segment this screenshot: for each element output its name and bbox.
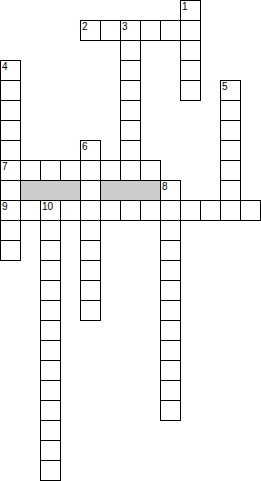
grid-cell[interactable] — [80, 280, 101, 301]
grid-cell[interactable] — [40, 240, 61, 261]
clue-number: 9 — [2, 201, 8, 212]
grid-cell[interactable] — [160, 260, 181, 281]
grid-cell[interactable] — [160, 280, 181, 301]
grid-cell[interactable]: 8 — [160, 180, 181, 201]
grid-cell[interactable] — [80, 160, 101, 181]
grid-cell[interactable] — [40, 400, 61, 421]
grid-cell[interactable] — [20, 160, 41, 181]
grid-cell[interactable] — [40, 300, 61, 321]
grid-cell[interactable] — [0, 80, 21, 101]
grid-cell[interactable] — [20, 200, 41, 221]
grid-cell[interactable] — [160, 320, 181, 341]
grid-cell[interactable] — [0, 220, 21, 241]
grid-cell[interactable]: 4 — [0, 60, 21, 81]
grid-cell[interactable] — [80, 300, 101, 321]
clue-number: 4 — [2, 61, 8, 72]
grid-cell[interactable] — [120, 60, 141, 81]
grid-cell[interactable] — [100, 200, 121, 221]
grid-cell[interactable]: 10 — [40, 200, 61, 221]
grid-cell[interactable] — [40, 460, 61, 481]
grid-cell[interactable] — [120, 120, 141, 141]
grid-cell[interactable] — [40, 420, 61, 441]
grid-cell[interactable] — [160, 360, 181, 381]
grid-cell[interactable] — [40, 440, 61, 461]
grid-cell[interactable] — [0, 140, 21, 161]
grid-cell[interactable] — [200, 200, 221, 221]
grid-cell[interactable] — [220, 200, 241, 221]
grid-cell[interactable] — [220, 100, 241, 121]
grid-cell[interactable] — [0, 120, 21, 141]
grid-cell[interactable] — [80, 240, 101, 261]
grid-cell[interactable] — [120, 40, 141, 61]
grid-cell[interactable] — [80, 260, 101, 281]
grid-cell[interactable]: 3 — [120, 20, 141, 41]
grid-cell[interactable] — [180, 60, 201, 81]
grid-cell[interactable] — [160, 300, 181, 321]
grid-cell[interactable] — [220, 160, 241, 181]
grid-cell[interactable] — [40, 380, 61, 401]
grid-cell[interactable] — [0, 100, 21, 121]
grid-cell[interactable] — [40, 360, 61, 381]
grid-cell[interactable] — [140, 200, 161, 221]
clue-number: 10 — [42, 201, 53, 212]
grid-cell[interactable] — [0, 240, 21, 261]
grid-cell[interactable] — [160, 200, 181, 221]
grid-cell[interactable] — [40, 260, 61, 281]
grid-cell[interactable]: 9 — [0, 200, 21, 221]
grid-cell[interactable]: 5 — [220, 80, 241, 101]
clue-number: 5 — [222, 81, 228, 92]
clue-number: 7 — [2, 161, 8, 172]
grid-cell[interactable] — [180, 200, 201, 221]
grid-cell[interactable]: 2 — [80, 20, 101, 41]
shaded-block — [20, 180, 81, 201]
grid-cell[interactable] — [80, 180, 101, 201]
grid-cell[interactable] — [60, 200, 81, 221]
grid-cell[interactable] — [120, 200, 141, 221]
grid-cell[interactable] — [180, 20, 201, 41]
grid-cell[interactable] — [140, 160, 161, 181]
grid-cell[interactable]: 6 — [80, 140, 101, 161]
grid-cell[interactable] — [120, 140, 141, 161]
clue-number: 1 — [182, 1, 188, 12]
grid-cell[interactable] — [100, 20, 121, 41]
clue-number: 6 — [82, 141, 88, 152]
grid-cell[interactable] — [120, 80, 141, 101]
grid-cell[interactable] — [180, 80, 201, 101]
grid-cell[interactable] — [140, 20, 161, 41]
grid-cell[interactable] — [220, 140, 241, 161]
grid-cell[interactable] — [160, 220, 181, 241]
grid-cell[interactable] — [40, 320, 61, 341]
grid-cell[interactable] — [40, 220, 61, 241]
grid-cell[interactable] — [240, 200, 261, 221]
grid-cell[interactable] — [40, 160, 61, 181]
grid-cell[interactable] — [80, 200, 101, 221]
grid-cell[interactable] — [160, 400, 181, 421]
grid-cell[interactable] — [0, 180, 21, 201]
grid-cell[interactable] — [220, 120, 241, 141]
clue-number: 8 — [162, 181, 168, 192]
grid-cell[interactable] — [180, 40, 201, 61]
shaded-block — [100, 180, 161, 201]
grid-cell[interactable] — [40, 280, 61, 301]
clue-number: 3 — [122, 21, 128, 32]
grid-cell[interactable] — [160, 380, 181, 401]
grid-cell[interactable] — [120, 160, 141, 181]
grid-cell[interactable] — [40, 340, 61, 361]
grid-cell[interactable] — [100, 160, 121, 181]
grid-cell[interactable] — [60, 160, 81, 181]
grid-cell[interactable] — [160, 20, 181, 41]
grid-cell[interactable]: 1 — [180, 0, 201, 21]
grid-cell[interactable] — [80, 220, 101, 241]
grid-cell[interactable] — [120, 100, 141, 121]
grid-cell[interactable]: 7 — [0, 160, 21, 181]
grid-cell[interactable] — [220, 180, 241, 201]
clue-number: 2 — [82, 21, 88, 32]
crossword-board: 12345678910 — [0, 0, 261, 481]
grid-cell[interactable] — [160, 340, 181, 361]
grid-cell[interactable] — [160, 240, 181, 261]
